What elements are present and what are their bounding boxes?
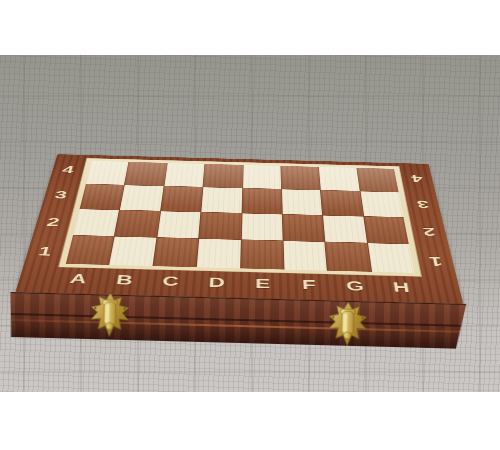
square-d3 [201, 187, 241, 213]
square-f3 [282, 189, 322, 215]
square-f4 [281, 166, 320, 190]
latch-clasp-icon [89, 291, 130, 338]
square-b1 [110, 237, 157, 266]
square-b2 [115, 210, 160, 237]
file-label-d: D [192, 271, 240, 298]
photo-container: 4 3 2 1 4 3 2 1 A B C D E F G H [0, 0, 500, 450]
square-e1 [241, 240, 284, 269]
square-h4 [357, 168, 399, 192]
square-g4 [319, 167, 359, 191]
square-d4 [203, 164, 242, 188]
rank-label-right-2: 2 [410, 217, 449, 246]
square-e3 [242, 188, 282, 214]
square-b3 [120, 185, 163, 210]
file-label-e: E [239, 272, 286, 299]
file-label-b: B [98, 268, 149, 295]
brass-latch-left [89, 291, 130, 338]
square-a4 [86, 161, 129, 185]
square-h3 [360, 191, 403, 217]
chessboard-grid [66, 161, 415, 273]
square-f1 [283, 241, 327, 271]
latch-clasp-icon [327, 300, 368, 347]
rank-label-left-3: 3 [41, 182, 80, 209]
square-f2 [283, 214, 325, 241]
rank-label-right-3: 3 [404, 191, 442, 218]
square-c4 [164, 163, 204, 187]
square-a3 [80, 184, 124, 209]
square-c2 [157, 211, 200, 238]
square-b4 [125, 162, 166, 186]
square-h2 [364, 216, 409, 244]
square-g2 [323, 215, 366, 243]
square-c3 [161, 186, 203, 211]
square-h1 [368, 243, 415, 273]
chess-board-top: 4 3 2 1 4 3 2 1 A B C D E F G H [15, 154, 463, 304]
file-label-a: A [51, 267, 103, 294]
square-e4 [243, 165, 281, 189]
brass-latch-right [327, 300, 368, 347]
square-d1 [197, 239, 240, 268]
square-a1 [66, 236, 114, 265]
rank-label-right-4: 4 [399, 166, 435, 191]
maple-inner-border [58, 158, 422, 277]
file-label-g: G [331, 274, 380, 301]
square-a2 [73, 209, 119, 236]
file-label-c: C [145, 270, 194, 297]
square-g1 [326, 242, 371, 272]
rank-label-left-4: 4 [49, 157, 86, 182]
square-g3 [321, 190, 363, 216]
square-d2 [199, 212, 241, 239]
square-e2 [241, 213, 282, 240]
square-c1 [153, 238, 198, 267]
file-label-f: F [286, 273, 334, 300]
chess-box: 4 3 2 1 4 3 2 1 A B C D E F G H [14, 114, 468, 356]
rank-label-right-1: 1 [416, 246, 457, 278]
file-label-h: H [376, 276, 427, 303]
